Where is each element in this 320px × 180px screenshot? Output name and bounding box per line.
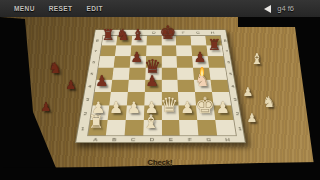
board-square[interactable] (128, 79, 145, 92)
board-square[interactable] (190, 35, 206, 45)
captured-black-knight: ♞ (48, 61, 61, 76)
coordinate-label: 1 (238, 126, 242, 131)
captured-white-pawn: ♟ (247, 112, 258, 124)
black-bishop[interactable]: ♝ (131, 28, 145, 44)
board-square[interactable] (161, 68, 177, 80)
top-menu-bar: MENU RESET EDIT g4 f6 (0, 0, 320, 17)
black-pawn[interactable]: ♟ (194, 51, 206, 65)
coordinate-label: E (169, 137, 173, 142)
black-rook[interactable]: ♜ (102, 28, 115, 43)
board-square[interactable] (112, 68, 129, 80)
board-square[interactable] (176, 35, 191, 45)
coordinate-label: H (225, 137, 230, 142)
coordinate-label: 3 (233, 97, 237, 101)
captured-white-pawn: ♟ (243, 86, 254, 98)
move-highlight-flame (200, 67, 204, 76)
coordinate-label: 7 (94, 49, 97, 52)
board-square[interactable] (115, 46, 131, 57)
black-knight[interactable]: ♞ (116, 28, 130, 44)
coordinate-label: 4 (231, 84, 235, 88)
white-pawn[interactable]: ♟ (109, 100, 123, 116)
coordinate-label: 7 (225, 49, 228, 52)
coordinate-label: 2 (236, 111, 240, 116)
white-queen[interactable]: ♛ (160, 95, 179, 116)
coordinate-label: 8 (224, 39, 227, 42)
coordinate-label: 6 (92, 60, 95, 64)
coordinate-label: H (211, 31, 215, 34)
white-pawn[interactable]: ♟ (216, 100, 230, 116)
coordinate-label: 5 (90, 72, 93, 76)
board-square[interactable] (178, 79, 195, 92)
captured-black-pawn: ♟ (66, 79, 77, 91)
move-indicator: g4 f6 (264, 4, 294, 13)
coordinate-label: F (182, 31, 185, 34)
coordinate-label: B (112, 137, 116, 142)
coordinate-label: 6 (227, 60, 230, 64)
black-rook[interactable]: ♜ (207, 38, 221, 53)
black-pawn[interactable]: ♟ (95, 74, 108, 89)
app-window: MENU RESET EDIT g4 f6 AABBCCDDEEFFGGHH11… (0, 0, 320, 180)
board-square[interactable] (176, 46, 192, 57)
edit-button[interactable]: EDIT (86, 5, 102, 12)
white-king[interactable]: ♚ (195, 93, 215, 115)
board-square[interactable] (177, 56, 193, 67)
coordinate-label: 4 (88, 84, 92, 88)
menu-button[interactable]: MENU (14, 5, 35, 12)
white-pawn[interactable]: ♟ (127, 100, 141, 116)
coordinate-label: G (196, 31, 200, 34)
board-square[interactable] (125, 120, 144, 135)
board-square[interactable] (98, 56, 115, 67)
coordinate-label: 2 (83, 111, 87, 116)
white-pawn[interactable]: ♟ (180, 100, 194, 116)
board-square[interactable] (161, 56, 177, 67)
coordinate-label: D (150, 137, 154, 142)
board-square[interactable] (177, 68, 194, 80)
board-square[interactable] (106, 120, 126, 135)
captured-black-pawn: ♟ (41, 101, 52, 113)
coordinate-label: C (131, 137, 136, 142)
coordinate-label: 1 (81, 126, 85, 131)
board-square[interactable] (114, 56, 131, 67)
captured-white-bishop: ♝ (250, 52, 263, 67)
board-square[interactable] (161, 120, 179, 135)
coordinate-label: A (93, 137, 98, 142)
black-pawn[interactable]: ♟ (146, 74, 159, 89)
coordinate-label: D (152, 31, 155, 34)
board-square[interactable] (208, 56, 225, 67)
board-square[interactable] (210, 79, 228, 92)
board-square[interactable] (179, 120, 198, 135)
board-square[interactable] (100, 46, 117, 57)
captured-white-knight: ♞ (262, 95, 275, 110)
board-square[interactable] (161, 79, 178, 92)
white-pawn[interactable]: ♟ (145, 100, 159, 116)
black-king[interactable]: ♚ (160, 24, 177, 43)
coordinate-label: 3 (86, 97, 90, 101)
board-square[interactable] (111, 79, 129, 92)
coordinate-label: 8 (96, 39, 99, 42)
back-triangle-icon[interactable] (264, 5, 271, 13)
reset-button[interactable]: RESET (49, 5, 73, 12)
board-square[interactable] (197, 120, 217, 135)
board-square[interactable] (215, 120, 235, 135)
white-pawn[interactable]: ♟ (91, 100, 105, 116)
board-square[interactable] (161, 46, 176, 57)
black-pawn[interactable]: ♟ (131, 51, 143, 65)
coordinate-label: 5 (229, 72, 233, 76)
last-move-text: g4 f6 (277, 4, 294, 13)
check-status-text: Check! (0, 158, 320, 167)
coordinate-label: F (188, 137, 192, 142)
board-square[interactable] (209, 68, 227, 80)
coordinate-label: G (206, 137, 211, 142)
